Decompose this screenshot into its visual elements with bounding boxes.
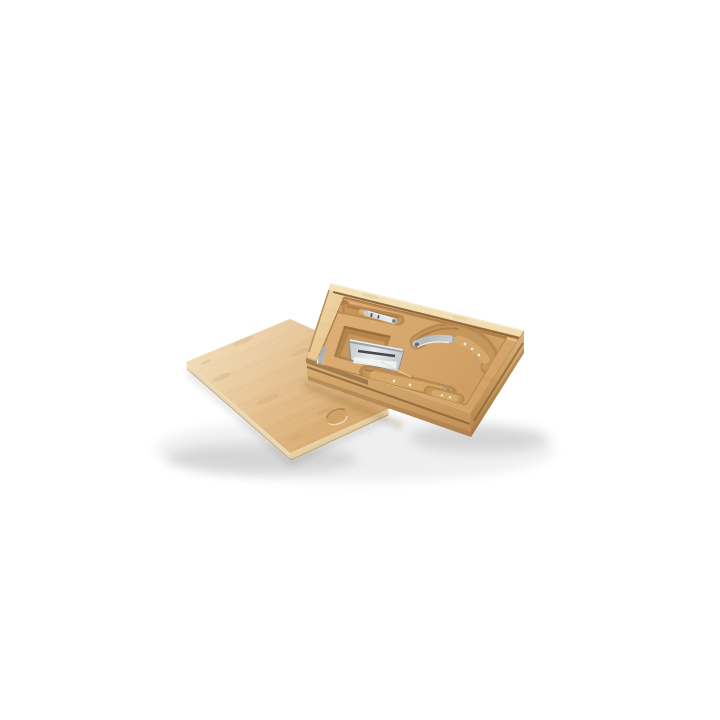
product-photo <box>0 0 720 720</box>
bamboo-cheese-set-photo <box>0 0 720 720</box>
